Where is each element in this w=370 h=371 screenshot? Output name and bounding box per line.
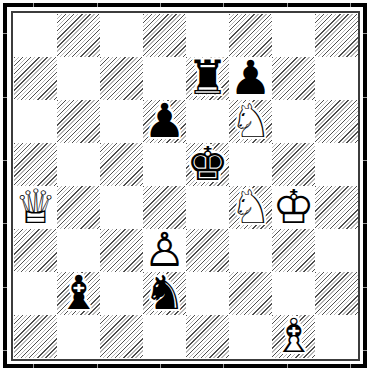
border-seam-tick <box>3 223 7 224</box>
square-a8[interactable] <box>14 14 57 57</box>
square-e7[interactable]: ♜♜ <box>186 57 229 100</box>
square-e2[interactable] <box>186 272 229 315</box>
border-seam-tick <box>363 223 367 224</box>
square-c8[interactable] <box>100 14 143 57</box>
square-h2[interactable] <box>315 272 358 315</box>
white-queen-icon: ♕ <box>14 185 57 228</box>
border-seam-tick <box>160 3 161 7</box>
white-knight-icon: ♘ <box>229 185 272 228</box>
border-seam-tick <box>350 364 351 368</box>
square-d1[interactable] <box>143 315 186 358</box>
square-b2[interactable]: ♝♝ <box>57 272 100 315</box>
border-seam-tick <box>3 33 7 34</box>
border-seam-tick <box>33 3 34 7</box>
square-b8[interactable] <box>57 14 100 57</box>
square-e1[interactable] <box>186 315 229 358</box>
border-seam-tick <box>97 364 98 368</box>
square-b4[interactable] <box>57 186 100 229</box>
border-seam-tick <box>223 3 224 7</box>
border-seam-tick <box>223 364 224 368</box>
black-bishop-piece[interactable]: ♝♝ <box>57 272 100 315</box>
white-knight-piece[interactable]: ♞♘ <box>229 100 272 143</box>
black-knight-icon: ♞ <box>143 271 186 314</box>
white-king-piece[interactable]: ♚♔ <box>272 186 315 229</box>
border-seam-tick <box>160 364 161 368</box>
square-b5[interactable] <box>57 143 100 186</box>
square-a1[interactable] <box>14 315 57 358</box>
square-b7[interactable] <box>57 57 100 100</box>
square-e5[interactable]: ♚♚ <box>186 143 229 186</box>
square-h3[interactable] <box>315 229 358 272</box>
white-bishop-icon: ♗ <box>272 314 315 357</box>
white-queen-piece[interactable]: ♛♕ <box>14 186 57 229</box>
border-seam-tick <box>350 3 351 7</box>
border-seam-tick <box>363 160 367 161</box>
square-c3[interactable] <box>100 229 143 272</box>
black-king-piece[interactable]: ♚♚ <box>186 143 229 186</box>
square-g8[interactable] <box>272 14 315 57</box>
square-c2[interactable] <box>100 272 143 315</box>
white-bishop-piece[interactable]: ♝♗ <box>272 315 315 358</box>
black-king-icon: ♚ <box>186 142 229 185</box>
square-d8[interactable] <box>143 14 186 57</box>
white-king-icon: ♔ <box>272 185 315 228</box>
square-d2[interactable]: ♞♞ <box>143 272 186 315</box>
square-a6[interactable] <box>14 100 57 143</box>
square-f6[interactable]: ♞♘ <box>229 100 272 143</box>
square-h5[interactable] <box>315 143 358 186</box>
border-seam-tick <box>33 364 34 368</box>
square-c7[interactable] <box>100 57 143 100</box>
square-h1[interactable] <box>315 315 358 358</box>
square-g4[interactable]: ♚♔ <box>272 186 315 229</box>
border-seam-tick <box>3 97 7 98</box>
square-a7[interactable] <box>14 57 57 100</box>
square-f3[interactable] <box>229 229 272 272</box>
square-a2[interactable] <box>14 272 57 315</box>
square-c6[interactable] <box>100 100 143 143</box>
square-d6[interactable]: ♟♟ <box>143 100 186 143</box>
square-h7[interactable] <box>315 57 358 100</box>
white-knight-icon: ♘ <box>229 99 272 142</box>
square-a4[interactable]: ♛♕ <box>14 186 57 229</box>
square-c1[interactable] <box>100 315 143 358</box>
black-pawn-icon: ♟ <box>143 99 186 142</box>
black-pawn-piece[interactable]: ♟♟ <box>143 100 186 143</box>
square-b6[interactable] <box>57 100 100 143</box>
square-f4[interactable]: ♞♘ <box>229 186 272 229</box>
square-h8[interactable] <box>315 14 358 57</box>
square-g6[interactable] <box>272 100 315 143</box>
square-g3[interactable] <box>272 229 315 272</box>
chess-board: ♜♜♟♟♟♟♞♘♚♚♛♕♞♘♚♔♟♙♝♝♞♞♝♗ <box>14 14 358 358</box>
chess-diagram: ♜♜♟♟♟♟♞♘♚♚♛♕♞♘♚♔♟♙♝♝♞♞♝♗ <box>0 0 370 371</box>
square-c4[interactable] <box>100 186 143 229</box>
border-seam-tick <box>97 3 98 7</box>
border-seam-tick <box>287 3 288 7</box>
border-seam-tick <box>3 287 7 288</box>
black-rook-piece[interactable]: ♜♜ <box>186 57 229 100</box>
square-d5[interactable] <box>143 143 186 186</box>
square-f1[interactable] <box>229 315 272 358</box>
white-knight-piece[interactable]: ♞♘ <box>229 186 272 229</box>
border-seam-tick <box>363 97 367 98</box>
black-bishop-icon: ♝ <box>57 271 100 314</box>
square-c5[interactable] <box>100 143 143 186</box>
square-g7[interactable] <box>272 57 315 100</box>
border-seam-tick <box>3 350 7 351</box>
border-seam-tick <box>3 160 7 161</box>
square-e4[interactable] <box>186 186 229 229</box>
black-knight-piece[interactable]: ♞♞ <box>143 272 186 315</box>
square-e3[interactable] <box>186 229 229 272</box>
black-rook-icon: ♜ <box>186 56 229 99</box>
square-h4[interactable] <box>315 186 358 229</box>
square-h6[interactable] <box>315 100 358 143</box>
border-seam-tick <box>363 33 367 34</box>
square-g1[interactable]: ♝♗ <box>272 315 315 358</box>
square-a3[interactable] <box>14 229 57 272</box>
square-f2[interactable] <box>229 272 272 315</box>
square-b1[interactable] <box>57 315 100 358</box>
border-seam-tick <box>287 364 288 368</box>
border-seam-tick <box>363 350 367 351</box>
border-seam-tick <box>363 287 367 288</box>
